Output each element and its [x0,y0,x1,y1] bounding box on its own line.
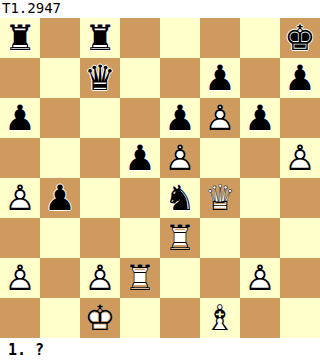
square-a4[interactable]: ♟♙ [0,178,40,218]
piece-black-pawn[interactable]: ♟ [240,98,280,138]
piece-white-pawn[interactable]: ♙ [240,258,280,298]
square-c2[interactable]: ♟♙ [80,258,120,298]
square-f8[interactable] [200,18,240,58]
square-b1[interactable] [40,298,80,338]
square-g6[interactable]: ♟ [240,98,280,138]
square-b4[interactable]: ♟ [40,178,80,218]
piece-white-rook[interactable]: ♖ [120,258,160,298]
piece-black-rook[interactable]: ♜ [0,18,40,58]
square-d5[interactable]: ♟ [120,138,160,178]
square-f1[interactable]: ♝♗ [200,298,240,338]
square-e5[interactable]: ♟♙ [160,138,200,178]
square-b3[interactable] [40,218,80,258]
piece-black-knight[interactable]: ♞ [160,178,200,218]
square-a3[interactable] [0,218,40,258]
piece-white-queen[interactable]: ♕ [200,178,240,218]
piece-black-rook[interactable]: ♜ [80,18,120,58]
piece-white-bishop[interactable]: ♗ [200,298,240,338]
square-g3[interactable] [240,218,280,258]
piece-black-pawn[interactable]: ♟ [120,138,160,178]
square-g5[interactable] [240,138,280,178]
square-e4[interactable]: ♞ [160,178,200,218]
square-e1[interactable] [160,298,200,338]
square-f3[interactable] [200,218,240,258]
piece-black-pawn[interactable]: ♟ [200,58,240,98]
square-g7[interactable] [240,58,280,98]
piece-white-pawn[interactable]: ♙ [160,138,200,178]
square-c6[interactable] [80,98,120,138]
square-c7[interactable]: ♛ [80,58,120,98]
square-h5[interactable]: ♟♙ [280,138,320,178]
square-a5[interactable] [0,138,40,178]
square-b5[interactable] [40,138,80,178]
piece-black-pawn[interactable]: ♟ [40,178,80,218]
square-h4[interactable] [280,178,320,218]
square-d1[interactable] [120,298,160,338]
piece-black-king[interactable]: ♚ [280,18,320,58]
square-g8[interactable] [240,18,280,58]
square-d3[interactable] [120,218,160,258]
piece-white-pawn[interactable]: ♙ [0,178,40,218]
chess-board: ♜♜♚♛♟♟♟♟♟♙♟♟♟♙♟♙♟♙♟♞♛♕♜♖♟♙♟♙♜♖♟♙♚♔♝♗ [0,18,320,338]
square-h7[interactable]: ♟ [280,58,320,98]
square-b7[interactable] [40,58,80,98]
square-h3[interactable] [280,218,320,258]
square-f7[interactable]: ♟ [200,58,240,98]
piece-white-pawn[interactable]: ♙ [80,258,120,298]
square-b2[interactable] [40,258,80,298]
square-a7[interactable] [0,58,40,98]
square-b6[interactable] [40,98,80,138]
square-f5[interactable] [200,138,240,178]
square-d8[interactable] [120,18,160,58]
piece-white-pawn[interactable]: ♙ [280,138,320,178]
square-h8[interactable]: ♚ [280,18,320,58]
puzzle-id-label: T1.2947 [0,0,320,18]
square-a8[interactable]: ♜ [0,18,40,58]
piece-white-pawn[interactable]: ♙ [0,258,40,298]
square-c3[interactable] [80,218,120,258]
square-h1[interactable] [280,298,320,338]
square-f6[interactable]: ♟♙ [200,98,240,138]
piece-white-king[interactable]: ♔ [80,298,120,338]
piece-black-pawn[interactable]: ♟ [160,98,200,138]
square-d7[interactable] [120,58,160,98]
square-f4[interactable]: ♛♕ [200,178,240,218]
square-c4[interactable] [80,178,120,218]
square-g1[interactable] [240,298,280,338]
move-prompt-label: 1. ? [0,338,320,360]
square-b8[interactable] [40,18,80,58]
square-a6[interactable]: ♟ [0,98,40,138]
piece-white-rook[interactable]: ♖ [160,218,200,258]
square-h6[interactable] [280,98,320,138]
piece-black-pawn[interactable]: ♟ [280,58,320,98]
square-g4[interactable] [240,178,280,218]
square-e8[interactable] [160,18,200,58]
square-g2[interactable]: ♟♙ [240,258,280,298]
piece-white-pawn[interactable]: ♙ [200,98,240,138]
square-f2[interactable] [200,258,240,298]
square-c5[interactable] [80,138,120,178]
square-e2[interactable] [160,258,200,298]
square-d2[interactable]: ♜♖ [120,258,160,298]
square-a1[interactable] [0,298,40,338]
square-e7[interactable] [160,58,200,98]
square-c1[interactable]: ♚♔ [80,298,120,338]
square-d4[interactable] [120,178,160,218]
piece-black-pawn[interactable]: ♟ [0,98,40,138]
square-a2[interactable]: ♟♙ [0,258,40,298]
square-c8[interactable]: ♜ [80,18,120,58]
square-e6[interactable]: ♟ [160,98,200,138]
square-h2[interactable] [280,258,320,298]
chess-puzzle-app: T1.2947 ♜♜♚♛♟♟♟♟♟♙♟♟♟♙♟♙♟♙♟♞♛♕♜♖♟♙♟♙♜♖♟♙… [0,0,320,360]
piece-black-queen[interactable]: ♛ [80,58,120,98]
square-d6[interactable] [120,98,160,138]
square-e3[interactable]: ♜♖ [160,218,200,258]
